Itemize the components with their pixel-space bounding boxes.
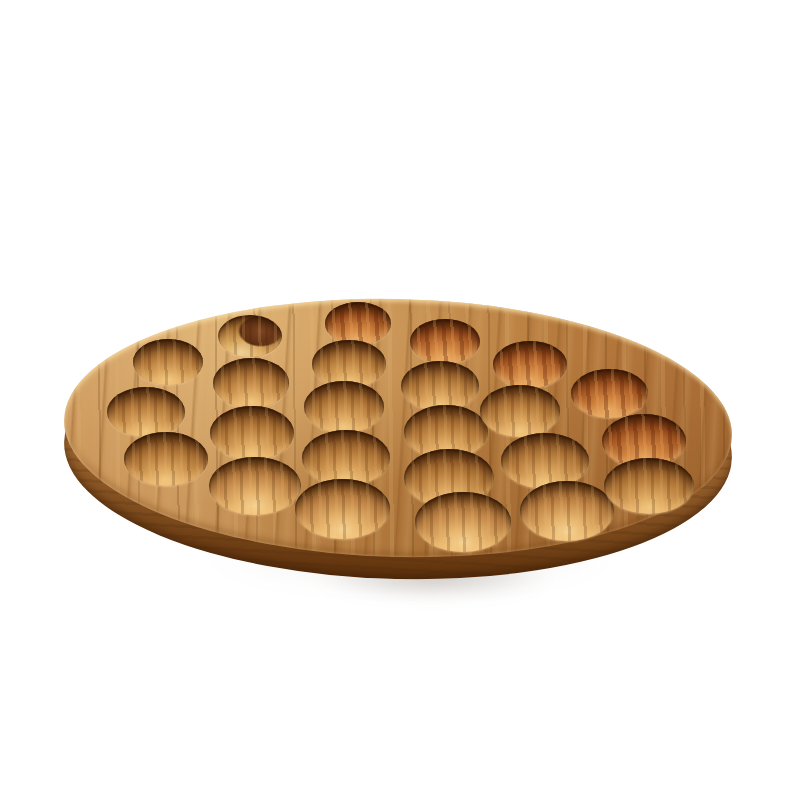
pit-c4r1[interactable] xyxy=(410,319,480,364)
pit-grain-texture xyxy=(480,385,560,437)
pit-grain-texture xyxy=(325,302,391,345)
pit-grain-texture xyxy=(571,369,648,418)
pit-grain-texture xyxy=(520,481,614,541)
product-photo-scene xyxy=(0,0,800,800)
pit-grain-texture xyxy=(302,430,390,486)
pit-grain-texture xyxy=(415,492,511,552)
pit-c2r1[interactable] xyxy=(218,315,282,357)
pit-c5r2[interactable] xyxy=(480,385,560,437)
pit-grain-texture xyxy=(209,457,301,515)
pit-c3r3[interactable] xyxy=(304,381,384,433)
pit-grain-texture xyxy=(107,387,185,437)
pit-grain-texture xyxy=(124,432,208,486)
pit-c2r4[interactable] xyxy=(209,457,301,515)
pit-c5r4[interactable] xyxy=(520,481,614,541)
pit-grain-texture xyxy=(410,319,480,364)
pit-grain-texture xyxy=(295,479,390,539)
pit-c4r2[interactable] xyxy=(401,361,479,411)
pit-grain-texture xyxy=(218,315,282,357)
pit-c5r1[interactable] xyxy=(493,341,567,388)
pit-c1r3[interactable] xyxy=(124,432,208,486)
pit-c6r1[interactable] xyxy=(571,369,648,418)
pit-c2r2[interactable] xyxy=(213,358,289,408)
pit-grain-texture xyxy=(133,339,203,385)
pit-c1r1[interactable] xyxy=(133,339,203,385)
pit-grain-texture xyxy=(213,358,289,408)
pit-c3r5[interactable] xyxy=(295,479,390,539)
pit-grain-texture xyxy=(493,341,567,388)
pit-c2r3[interactable] xyxy=(210,406,294,460)
pit-c1r2[interactable] xyxy=(107,387,185,437)
pit-grain-texture xyxy=(604,458,694,514)
pit-c4r5[interactable] xyxy=(415,492,511,552)
pit-grain-texture xyxy=(304,381,384,433)
pit-c3r1[interactable] xyxy=(325,302,391,345)
pit-c3r4[interactable] xyxy=(302,430,390,486)
pit-c6r3[interactable] xyxy=(604,458,694,514)
pit-grain-texture xyxy=(401,361,479,411)
pit-grain-texture xyxy=(210,406,294,460)
